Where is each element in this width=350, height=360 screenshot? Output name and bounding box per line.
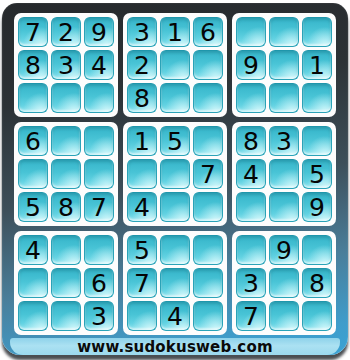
block-5: 1574 [123,122,227,226]
cell-r4c8[interactable]: 3 [269,126,299,156]
block-1: 729834 [14,13,118,117]
cell-r7c1[interactable]: 4 [18,235,48,265]
cell-r6c4[interactable]: 4 [127,192,157,222]
cell-r9c6[interactable] [193,301,223,331]
cell-r1c4[interactable]: 3 [127,17,157,47]
cell-r5c6[interactable]: 7 [193,159,223,189]
cell-r3c1[interactable] [18,83,48,113]
cell-r4c7[interactable]: 8 [236,126,266,156]
cell-r7c3[interactable] [84,235,114,265]
cell-r8c5[interactable] [160,268,190,298]
cell-r3c8[interactable] [269,83,299,113]
cell-r6c5[interactable] [160,192,190,222]
cell-r5c2[interactable] [51,159,81,189]
board-blocks: 729834 31628 91 6587 1574 83459 463 574 … [14,13,336,335]
cell-r2c9[interactable]: 1 [302,50,332,80]
cell-r1c1[interactable]: 7 [18,17,48,47]
cell-r2c2[interactable]: 3 [51,50,81,80]
cell-r8c6[interactable] [193,268,223,298]
cell-r2c1[interactable]: 8 [18,50,48,80]
cell-r1c7[interactable] [236,17,266,47]
footer-bar: www.sudokusweb.com [10,338,340,355]
cell-r7c2[interactable] [51,235,81,265]
cell-r4c4[interactable]: 1 [127,126,157,156]
cell-r6c8[interactable] [269,192,299,222]
cell-r3c7[interactable] [236,83,266,113]
cell-r4c9[interactable] [302,126,332,156]
cell-r8c2[interactable] [51,268,81,298]
cell-r5c5[interactable] [160,159,190,189]
cell-r5c8[interactable] [269,159,299,189]
cell-r7c4[interactable]: 5 [127,235,157,265]
cell-r5c1[interactable] [18,159,48,189]
cell-r4c6[interactable] [193,126,223,156]
cell-r1c9[interactable] [302,17,332,47]
cell-r8c3[interactable]: 6 [84,268,114,298]
cell-r7c5[interactable] [160,235,190,265]
cell-r6c7[interactable] [236,192,266,222]
cell-r6c2[interactable]: 8 [51,192,81,222]
block-2: 31628 [123,13,227,117]
cell-r3c4[interactable]: 8 [127,83,157,113]
cell-r9c1[interactable] [18,301,48,331]
cell-r9c4[interactable] [127,301,157,331]
block-6: 83459 [232,122,336,226]
block-9: 9387 [232,231,336,335]
block-4: 6587 [14,122,118,226]
cell-r3c2[interactable] [51,83,81,113]
cell-r3c6[interactable] [193,83,223,113]
cell-r9c7[interactable]: 7 [236,301,266,331]
cell-r2c6[interactable] [193,50,223,80]
cell-r4c3[interactable] [84,126,114,156]
cell-r2c4[interactable]: 2 [127,50,157,80]
cell-r7c8[interactable]: 9 [269,235,299,265]
cell-r1c8[interactable] [269,17,299,47]
cell-r5c3[interactable] [84,159,114,189]
cell-r9c8[interactable] [269,301,299,331]
cell-r7c7[interactable] [236,235,266,265]
cell-r9c5[interactable]: 4 [160,301,190,331]
cell-r6c9[interactable]: 9 [302,192,332,222]
cell-r3c9[interactable] [302,83,332,113]
cell-r2c7[interactable]: 9 [236,50,266,80]
cell-r4c1[interactable]: 6 [18,126,48,156]
cell-r5c9[interactable]: 5 [302,159,332,189]
cell-r8c9[interactable]: 8 [302,268,332,298]
cell-r6c6[interactable] [193,192,223,222]
cell-r7c6[interactable] [193,235,223,265]
cell-r9c3[interactable]: 3 [84,301,114,331]
cell-r4c5[interactable]: 5 [160,126,190,156]
cell-r6c1[interactable]: 5 [18,192,48,222]
cell-r1c6[interactable]: 6 [193,17,223,47]
cell-r8c4[interactable]: 7 [127,268,157,298]
cell-r9c2[interactable] [51,301,81,331]
cell-r8c8[interactable] [269,268,299,298]
cell-r2c5[interactable] [160,50,190,80]
website-link[interactable]: www.sudokusweb.com [77,338,272,356]
cell-r5c7[interactable]: 4 [236,159,266,189]
cell-r1c3[interactable]: 9 [84,17,114,47]
cell-r8c1[interactable] [18,268,48,298]
cell-r3c5[interactable] [160,83,190,113]
block-8: 574 [123,231,227,335]
sudoku-board: 729834 31628 91 6587 1574 83459 463 574 … [2,3,348,355]
cell-r5c4[interactable] [127,159,157,189]
cell-r2c8[interactable] [269,50,299,80]
cell-r7c9[interactable] [302,235,332,265]
cell-r3c3[interactable] [84,83,114,113]
block-3: 91 [232,13,336,117]
cell-r8c7[interactable]: 3 [236,268,266,298]
cell-r9c9[interactable] [302,301,332,331]
cell-r2c3[interactable]: 4 [84,50,114,80]
cell-r1c5[interactable]: 1 [160,17,190,47]
cell-r1c2[interactable]: 2 [51,17,81,47]
cell-r6c3[interactable]: 7 [84,192,114,222]
block-7: 463 [14,231,118,335]
cell-r4c2[interactable] [51,126,81,156]
